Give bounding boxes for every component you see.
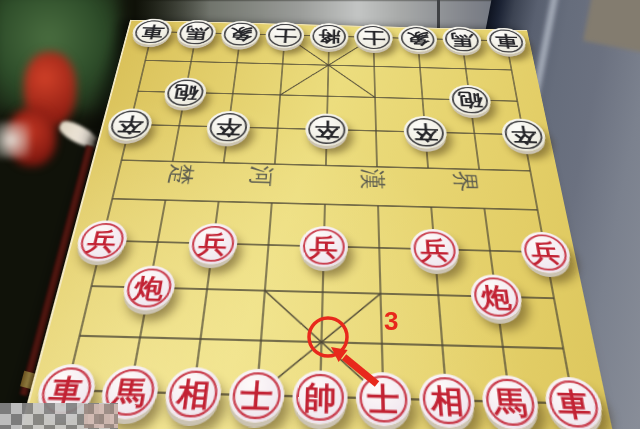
piece-glyph: 卒 (314, 120, 340, 140)
piece-glyph: 炮 (132, 274, 166, 301)
piece-glyph: 兵 (309, 234, 338, 259)
piece-glyph: 兵 (85, 228, 119, 253)
piece-glyph: 士 (367, 383, 400, 416)
piece-glyph: 象 (228, 26, 253, 42)
piece-glyph: 砲 (172, 83, 199, 101)
annotation-number: 3 (384, 306, 398, 337)
piece-glyph: 卒 (115, 115, 145, 135)
river-char: 河 (243, 163, 279, 190)
piece-glyph: 卒 (412, 122, 439, 142)
river-char: 漢 (356, 166, 390, 193)
piece-glyph: 兵 (529, 240, 562, 265)
piece-glyph: 卒 (214, 117, 242, 137)
piece-glyph: 兵 (420, 237, 450, 262)
piece-glyph: 士 (362, 29, 385, 45)
piece-glyph: 馬 (184, 25, 209, 41)
river-char: 楚 (162, 161, 200, 188)
piece-glyph: 相 (430, 384, 465, 417)
piece-glyph: 士 (273, 27, 297, 43)
piece-glyph: 卒 (509, 125, 538, 145)
piece-glyph: 帥 (303, 381, 336, 413)
river-char: 界 (447, 168, 483, 196)
piece-glyph: 兵 (197, 231, 228, 256)
piece-glyph: 馬 (450, 32, 475, 48)
piece-glyph: 將 (318, 28, 341, 44)
mosaic-censor (84, 404, 118, 428)
white-object (0, 122, 30, 158)
piece-glyph: 車 (494, 33, 519, 49)
piece-glyph: 車 (46, 374, 86, 406)
piece-glyph: 相 (175, 378, 211, 410)
piece-glyph: 象 (406, 31, 430, 47)
piece-glyph: 士 (239, 379, 274, 411)
piece-glyph: 車 (139, 24, 165, 40)
piece-glyph: 炮 (480, 283, 513, 310)
piece-glyph: 馬 (492, 386, 529, 419)
piece-glyph: 車 (555, 387, 593, 420)
piece-glyph: 砲 (457, 91, 484, 109)
photo-scene: 楚河漢界 車馬象士將士象馬車砲砲卒卒卒卒卒兵兵兵兵兵炮炮車馬相士帥士相馬車 3 (0, 0, 640, 429)
